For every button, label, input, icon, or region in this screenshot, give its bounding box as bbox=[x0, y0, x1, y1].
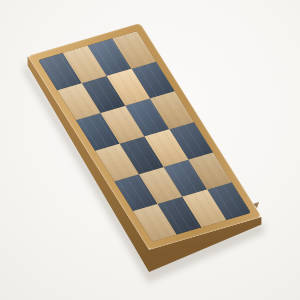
photo-background bbox=[0, 0, 300, 300]
